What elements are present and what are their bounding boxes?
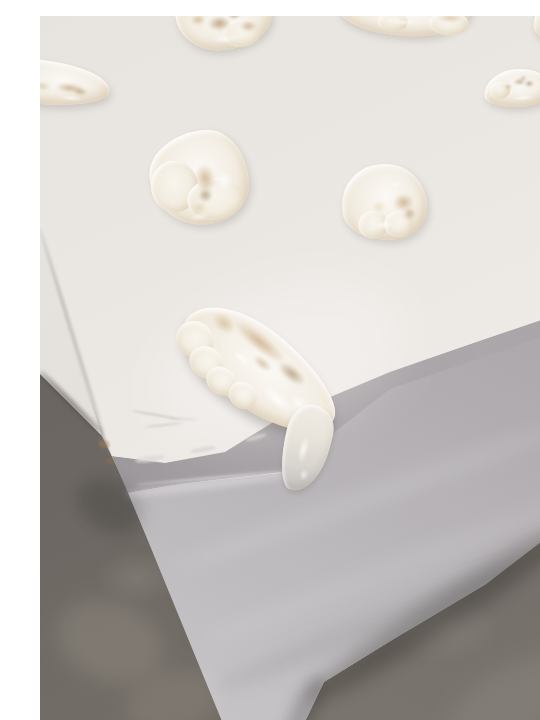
upper-right-blob-marble [510,77,528,88]
corner-blob-drip-highlight [292,429,315,471]
left-edge-blob-marble [40,79,55,94]
top-edge-blob-left-marble [187,16,209,28]
top-edge-blob-center-lobe [378,16,408,32]
mid-center-blob-highlight [388,178,406,190]
corner-chip-tan-2 [106,458,115,464]
upper-right-blob-highlight [508,92,539,102]
left-edge-blob-highlight [53,92,89,104]
left-edge-blob-marble [69,85,92,99]
corner-blob-highlight [226,344,257,373]
upper-right-blob-marble [523,79,536,88]
mid-center-blob-lobe [383,210,413,239]
corner-blob-marble [245,347,280,380]
upper-right-blob-lobe [489,80,511,100]
upper-right-blob-marble [518,74,528,81]
left-edge-blob-marble [49,79,90,97]
plinth-photo: Downward view of a white pedestal corner… [40,16,540,720]
corner-blob-drip-highlight [295,465,312,485]
